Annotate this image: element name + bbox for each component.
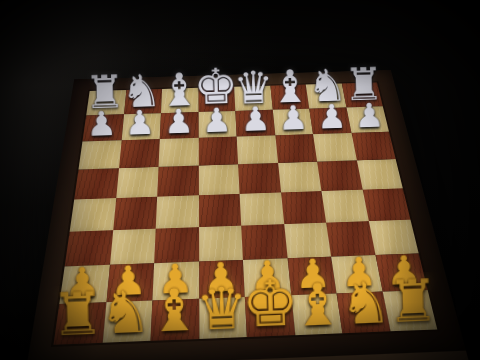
- square-a6[interactable]: [78, 140, 121, 169]
- square-h1[interactable]: ♜: [382, 290, 437, 331]
- square-g1[interactable]: ♞: [337, 292, 390, 334]
- square-f6[interactable]: [275, 134, 317, 163]
- square-f4[interactable]: [281, 191, 327, 224]
- square-e6[interactable]: [237, 135, 278, 164]
- square-g7[interactable]: ♟: [309, 108, 351, 135]
- piece-gold-bishop[interactable]: ♝: [147, 281, 201, 341]
- square-d7[interactable]: ♟: [198, 111, 236, 138]
- square-b4[interactable]: [113, 197, 157, 231]
- piece-silver-pawn[interactable]: ♟: [240, 102, 271, 136]
- square-a4[interactable]: [70, 198, 116, 232]
- piece-silver-pawn[interactable]: ♟: [354, 99, 384, 133]
- piece-gold-knight[interactable]: ♞: [99, 283, 153, 343]
- square-e5[interactable]: [238, 163, 281, 194]
- square-e4[interactable]: [240, 192, 284, 225]
- piece-silver-pawn[interactable]: ♟: [316, 100, 346, 134]
- square-d4[interactable]: [198, 194, 241, 227]
- square-c1[interactable]: ♝: [151, 299, 199, 341]
- piece-silver-pawn[interactable]: ♟: [163, 105, 194, 139]
- piece-gold-rook[interactable]: ♜: [387, 272, 440, 331]
- piece-gold-knight[interactable]: ♞: [339, 274, 392, 334]
- chess-board: ♜♞♝♚♛♝♞♜♟♟♟♟♟♟♟♟♟♟♟♟♟♟♟♟♜♞♝♛♚♝♞♜: [54, 82, 438, 344]
- square-b6[interactable]: [119, 139, 160, 168]
- piece-silver-pawn[interactable]: ♟: [278, 101, 309, 135]
- square-c7[interactable]: ♟: [160, 112, 198, 139]
- square-h6[interactable]: [351, 132, 396, 161]
- square-f7[interactable]: ♟: [272, 109, 313, 136]
- square-a5[interactable]: [74, 168, 118, 199]
- square-e1[interactable]: ♚: [245, 295, 295, 337]
- chess-board-frame: ♜♞♝♚♛♝♞♜♟♟♟♟♟♟♟♟♟♟♟♟♟♟♟♟♜♞♝♛♚♝♞♜: [22, 70, 472, 360]
- square-d6[interactable]: [198, 137, 238, 166]
- photo: ♜♞♝♚♛♝♞♜♟♟♟♟♟♟♟♟♟♟♟♟♟♟♟♟♜♞♝♛♚♝♞♜: [0, 0, 480, 360]
- square-g5[interactable]: [317, 160, 362, 191]
- square-h7[interactable]: ♟: [346, 106, 389, 133]
- square-a7[interactable]: ♟: [82, 114, 123, 141]
- piece-silver-pawn[interactable]: ♟: [86, 107, 117, 141]
- square-c6[interactable]: [159, 138, 199, 167]
- square-g4[interactable]: [321, 190, 368, 223]
- square-b7[interactable]: ♟: [121, 113, 161, 140]
- square-d5[interactable]: [198, 164, 239, 195]
- square-f1[interactable]: ♝: [291, 293, 343, 335]
- piece-gold-rook[interactable]: ♜: [50, 285, 104, 345]
- square-b1[interactable]: ♞: [102, 300, 152, 342]
- square-e7[interactable]: ♟: [235, 110, 275, 137]
- square-h4[interactable]: [362, 188, 410, 221]
- piece-silver-pawn[interactable]: ♟: [125, 106, 156, 140]
- square-f5[interactable]: [278, 162, 322, 193]
- square-h5[interactable]: [356, 159, 402, 190]
- piece-silver-pawn[interactable]: ♟: [202, 104, 233, 138]
- square-c5[interactable]: [157, 166, 198, 197]
- square-g6[interactable]: [313, 133, 356, 162]
- piece-gold-bishop[interactable]: ♝: [291, 276, 344, 336]
- scene: ♜♞♝♚♛♝♞♜♟♟♟♟♟♟♟♟♟♟♟♟♟♟♟♟♜♞♝♛♚♝♞♜: [0, 0, 480, 360]
- square-d1[interactable]: ♛: [199, 297, 247, 339]
- square-c4[interactable]: [156, 195, 199, 228]
- square-b5[interactable]: [116, 167, 159, 198]
